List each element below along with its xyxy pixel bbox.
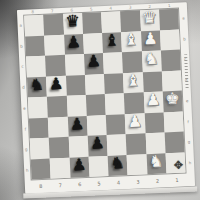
square-f1[interactable] xyxy=(127,154,147,175)
square-d2[interactable]: ♟ xyxy=(87,135,107,156)
square-c5[interactable] xyxy=(65,74,85,95)
square-b2[interactable] xyxy=(49,137,69,158)
square-g4[interactable]: ♟ xyxy=(143,91,163,112)
black-knight-a5[interactable]: ♞ xyxy=(29,77,44,94)
square-a5[interactable]: ♞ xyxy=(27,76,47,97)
black-bishop-e7[interactable]: ♝ xyxy=(104,32,119,49)
coord-label-8: 8 xyxy=(31,183,51,192)
photo-background: 87654321 abcdefgh abcdefgh 87654321 ♛♛♟♝… xyxy=(0,0,200,200)
square-a2[interactable] xyxy=(30,138,50,159)
black-pawn-d2[interactable]: ♟ xyxy=(90,135,105,152)
square-h2[interactable] xyxy=(164,132,184,153)
coord-label-h: h xyxy=(187,152,194,173)
square-a4[interactable] xyxy=(28,97,48,118)
square-c3[interactable]: ♟ xyxy=(67,115,87,136)
square-h8[interactable] xyxy=(159,9,179,30)
square-h6[interactable] xyxy=(161,50,181,71)
square-a1[interactable] xyxy=(31,158,51,179)
square-c1[interactable]: ♟ xyxy=(69,156,89,177)
square-h3[interactable] xyxy=(163,111,183,132)
square-b4[interactable] xyxy=(47,96,67,117)
square-f3[interactable]: ♟ xyxy=(125,113,145,134)
square-g3[interactable] xyxy=(144,112,164,133)
chess-mat: 87654321 abcdefgh abcdefgh 87654321 ♛♛♟♝… xyxy=(17,2,195,194)
square-g1[interactable]: ♞ xyxy=(146,153,166,174)
chess-board: ♛♛♟♝♝♟♟♞♞♟♝♟♚♟♟♟♟♞♞ xyxy=(23,8,186,181)
black-pawn-c1[interactable]: ♟ xyxy=(72,157,87,174)
square-h7[interactable] xyxy=(160,29,180,50)
black-queen-c8[interactable]: ♛ xyxy=(65,13,80,30)
white-bishop-f7[interactable]: ♝ xyxy=(124,31,139,48)
square-f7[interactable]: ♝ xyxy=(121,31,141,52)
square-d6[interactable]: ♟ xyxy=(84,53,104,74)
coord-label-c: c xyxy=(182,49,189,70)
square-d4[interactable] xyxy=(86,94,106,115)
coord-label-6: 6 xyxy=(70,181,90,190)
white-bishop-f5[interactable]: ♝ xyxy=(126,72,141,89)
square-c7[interactable]: ♟ xyxy=(64,33,84,54)
square-f2[interactable] xyxy=(126,133,146,154)
mat-fold-edge xyxy=(23,186,197,198)
square-a8[interactable] xyxy=(24,15,44,36)
square-b1[interactable] xyxy=(50,157,70,178)
coord-label-2: 2 xyxy=(148,177,168,186)
black-pawn-c3[interactable]: ♟ xyxy=(70,116,85,133)
coord-label-f: f xyxy=(185,111,192,132)
black-knight-e1[interactable]: ♞ xyxy=(110,155,125,172)
white-pawn-f3[interactable]: ♟ xyxy=(127,113,142,130)
coord-label-3: 3 xyxy=(128,178,148,187)
white-pawn-g4[interactable]: ♟ xyxy=(146,92,161,109)
square-d8[interactable] xyxy=(82,12,102,33)
square-f5[interactable]: ♝ xyxy=(123,72,143,93)
square-h4[interactable]: ♚ xyxy=(163,91,183,112)
square-e5[interactable] xyxy=(104,73,124,94)
coord-label-d: d xyxy=(183,69,190,90)
square-b5[interactable]: ♟ xyxy=(46,75,66,96)
square-d5[interactable] xyxy=(85,74,105,95)
square-h1[interactable] xyxy=(165,152,185,173)
square-e4[interactable] xyxy=(105,93,125,114)
coord-label-a: a xyxy=(180,7,187,28)
white-queen-g8[interactable]: ♛ xyxy=(142,10,157,27)
coord-label-1: 1 xyxy=(167,176,187,185)
white-king-h4[interactable]: ♚ xyxy=(165,91,180,108)
brand-text xyxy=(184,54,189,88)
coord-label-4: 4 xyxy=(109,179,129,188)
coord-label-e: e xyxy=(184,90,191,111)
square-g6[interactable]: ♞ xyxy=(141,50,161,71)
coord-label-7: 7 xyxy=(50,182,70,191)
square-b8[interactable] xyxy=(43,14,63,35)
square-e3[interactable] xyxy=(106,114,126,135)
white-knight-g6[interactable]: ♞ xyxy=(144,51,159,68)
black-pawn-b5[interactable]: ♟ xyxy=(49,76,64,93)
square-b7[interactable] xyxy=(44,34,64,55)
coord-label-g: g xyxy=(186,132,193,153)
square-a7[interactable] xyxy=(25,35,45,56)
square-e1[interactable]: ♞ xyxy=(108,155,128,176)
coord-label-5: 5 xyxy=(89,180,109,189)
square-e6[interactable] xyxy=(103,52,123,73)
square-c6[interactable] xyxy=(64,54,84,75)
board-frame: ♛♛♟♝♝♟♟♞♞♟♝♟♚♟♟♟♟♞♞ xyxy=(23,8,186,181)
square-e7[interactable]: ♝ xyxy=(102,32,122,53)
black-pawn-d6[interactable]: ♟ xyxy=(86,53,101,70)
square-b3[interactable] xyxy=(48,116,68,137)
square-a3[interactable] xyxy=(29,117,49,138)
black-pawn-c7[interactable]: ♟ xyxy=(66,34,81,51)
coord-label-b: b xyxy=(181,28,188,49)
square-d1[interactable] xyxy=(88,155,108,176)
white-pawn-g7[interactable]: ♟ xyxy=(143,30,158,47)
white-knight-g1[interactable]: ♞ xyxy=(149,153,164,170)
